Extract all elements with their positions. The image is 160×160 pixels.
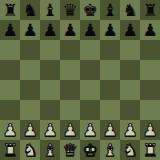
square-c8[interactable]: ♝ [40, 0, 60, 20]
square-d8[interactable]: ♛ [60, 0, 80, 20]
square-a8[interactable]: ♜ [0, 0, 20, 20]
square-a6[interactable] [0, 40, 20, 60]
square-a4[interactable] [0, 80, 20, 100]
piece-white-bishop[interactable]: ♝ [102, 140, 117, 160]
square-e2[interactable]: ♟ [80, 120, 100, 140]
piece-white-pawn[interactable]: ♟ [102, 120, 117, 140]
square-g2[interactable]: ♟ [120, 120, 140, 140]
piece-black-pawn[interactable]: ♟ [122, 20, 137, 40]
piece-black-bishop[interactable]: ♝ [42, 0, 57, 20]
piece-black-king[interactable]: ♚ [82, 0, 97, 20]
square-f6[interactable] [100, 40, 120, 60]
square-g8[interactable]: ♞ [120, 0, 140, 20]
square-g7[interactable]: ♟ [120, 20, 140, 40]
piece-black-knight[interactable]: ♞ [22, 0, 37, 20]
square-c5[interactable] [40, 60, 60, 80]
piece-white-knight[interactable]: ♞ [22, 140, 37, 160]
piece-white-pawn[interactable]: ♟ [122, 120, 137, 140]
piece-black-pawn[interactable]: ♟ [142, 20, 157, 40]
square-f8[interactable]: ♝ [100, 0, 120, 20]
square-d3[interactable] [60, 100, 80, 120]
square-d6[interactable] [60, 40, 80, 60]
square-e4[interactable] [80, 80, 100, 100]
square-c3[interactable] [40, 100, 60, 120]
piece-black-pawn[interactable]: ♟ [2, 20, 17, 40]
square-e8[interactable]: ♚ [80, 0, 100, 20]
square-a7[interactable]: ♟ [0, 20, 20, 40]
square-e7[interactable]: ♟ [80, 20, 100, 40]
square-h2[interactable]: ♟ [140, 120, 160, 140]
piece-black-knight[interactable]: ♞ [122, 0, 137, 20]
chess-board: ♜♞♝♛♚♝♞♜♟♟♟♟♟♟♟♟♟♟♟♟♟♟♟♟♜♞♝♛♚♝♞♜ [0, 0, 160, 160]
square-e3[interactable] [80, 100, 100, 120]
piece-black-pawn[interactable]: ♟ [102, 20, 117, 40]
square-b6[interactable] [20, 40, 40, 60]
square-e6[interactable] [80, 40, 100, 60]
piece-black-pawn[interactable]: ♟ [42, 20, 57, 40]
square-f7[interactable]: ♟ [100, 20, 120, 40]
piece-white-king[interactable]: ♚ [82, 140, 97, 160]
piece-black-bishop[interactable]: ♝ [102, 0, 117, 20]
square-c1[interactable]: ♝ [40, 140, 60, 160]
piece-white-rook[interactable]: ♜ [142, 140, 157, 160]
square-g4[interactable] [120, 80, 140, 100]
square-d7[interactable]: ♟ [60, 20, 80, 40]
square-a3[interactable] [0, 100, 20, 120]
piece-black-rook[interactable]: ♜ [2, 0, 17, 20]
square-g1[interactable]: ♞ [120, 140, 140, 160]
square-b5[interactable] [20, 60, 40, 80]
piece-white-queen[interactable]: ♛ [62, 140, 77, 160]
square-d2[interactable]: ♟ [60, 120, 80, 140]
square-h7[interactable]: ♟ [140, 20, 160, 40]
square-b3[interactable] [20, 100, 40, 120]
piece-black-queen[interactable]: ♛ [62, 0, 77, 20]
square-c6[interactable] [40, 40, 60, 60]
piece-black-pawn[interactable]: ♟ [82, 20, 97, 40]
piece-white-pawn[interactable]: ♟ [42, 120, 57, 140]
square-h6[interactable] [140, 40, 160, 60]
square-d5[interactable] [60, 60, 80, 80]
square-g6[interactable] [120, 40, 140, 60]
square-f3[interactable] [100, 100, 120, 120]
piece-white-pawn[interactable]: ♟ [82, 120, 97, 140]
piece-white-pawn[interactable]: ♟ [142, 120, 157, 140]
square-e5[interactable] [80, 60, 100, 80]
square-f4[interactable] [100, 80, 120, 100]
square-a5[interactable] [0, 60, 20, 80]
square-f1[interactable]: ♝ [100, 140, 120, 160]
square-e1[interactable]: ♚ [80, 140, 100, 160]
piece-black-pawn[interactable]: ♟ [22, 20, 37, 40]
square-h4[interactable] [140, 80, 160, 100]
piece-white-pawn[interactable]: ♟ [2, 120, 17, 140]
piece-white-pawn[interactable]: ♟ [62, 120, 77, 140]
square-g3[interactable] [120, 100, 140, 120]
square-a2[interactable]: ♟ [0, 120, 20, 140]
square-b7[interactable]: ♟ [20, 20, 40, 40]
piece-black-pawn[interactable]: ♟ [62, 20, 77, 40]
piece-white-bishop[interactable]: ♝ [42, 140, 57, 160]
square-c7[interactable]: ♟ [40, 20, 60, 40]
square-b1[interactable]: ♞ [20, 140, 40, 160]
piece-white-knight[interactable]: ♞ [122, 140, 137, 160]
square-b4[interactable] [20, 80, 40, 100]
piece-black-rook[interactable]: ♜ [142, 0, 157, 20]
piece-white-rook[interactable]: ♜ [2, 140, 17, 160]
square-h1[interactable]: ♜ [140, 140, 160, 160]
square-h5[interactable] [140, 60, 160, 80]
square-d4[interactable] [60, 80, 80, 100]
square-f5[interactable] [100, 60, 120, 80]
square-h8[interactable]: ♜ [140, 0, 160, 20]
square-b8[interactable]: ♞ [20, 0, 40, 20]
piece-white-pawn[interactable]: ♟ [22, 120, 37, 140]
square-c2[interactable]: ♟ [40, 120, 60, 140]
square-a1[interactable]: ♜ [0, 140, 20, 160]
square-f2[interactable]: ♟ [100, 120, 120, 140]
square-d1[interactable]: ♛ [60, 140, 80, 160]
square-g5[interactable] [120, 60, 140, 80]
square-c4[interactable] [40, 80, 60, 100]
square-h3[interactable] [140, 100, 160, 120]
square-b2[interactable]: ♟ [20, 120, 40, 140]
